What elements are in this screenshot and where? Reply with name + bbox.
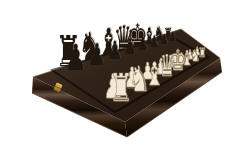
chess-set-photo: ♜♞♝♛♚♝♞♜♟♟♟♟♟♟♟♟♟♟♟♟♟♟♟♟♜♞♝♛♚♝♞♜ [0,0,240,150]
wooden-box [0,0,240,150]
